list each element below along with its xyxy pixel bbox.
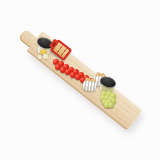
cheese-cube: [38, 55, 43, 60]
ribbed-cup: [82, 80, 96, 92]
photo-serving-board-scene: [0, 0, 160, 160]
grape: [108, 102, 114, 108]
